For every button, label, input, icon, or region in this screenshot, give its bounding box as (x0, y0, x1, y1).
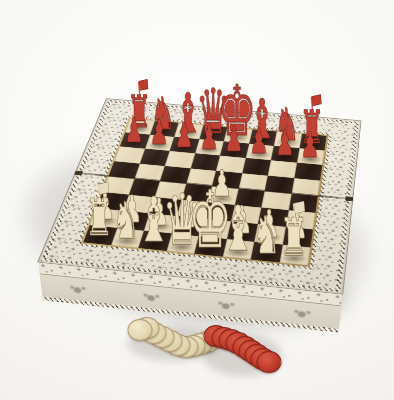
photo-scene: ♜♞♝♛♚♝♞♜♟♟♟♟♟♟♟♟♟♟♟♟♟♟♟♟♜♞♝♛♚♝♞♜ (0, 0, 394, 400)
ivory-draughts-counter (128, 319, 153, 341)
draughts-counters (0, 0, 394, 400)
red-draughts-counter (257, 351, 282, 373)
